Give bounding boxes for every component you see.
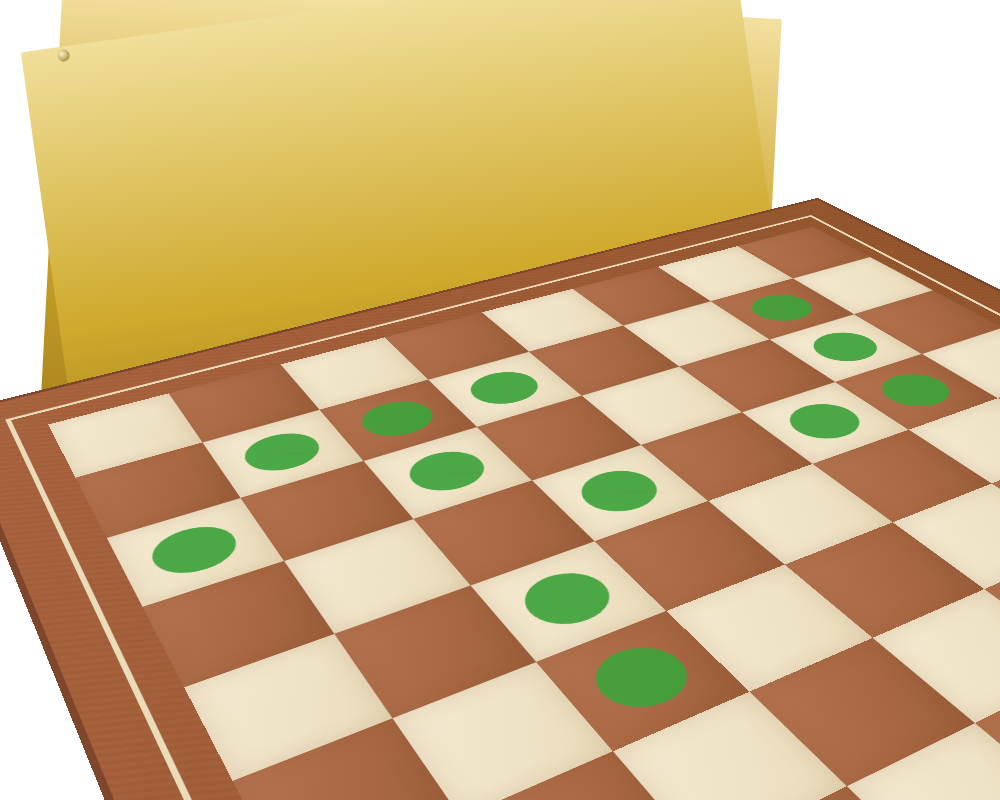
photo-stage: ♞ ♟♞♛♝♜♟♝♟♛♝♚♜ [0,0,1000,800]
black-rook-glyph: ♜ [95,341,293,562]
black-queen-glyph: ♛ [702,158,948,432]
black-rook-glyph: ♜ [529,440,754,691]
